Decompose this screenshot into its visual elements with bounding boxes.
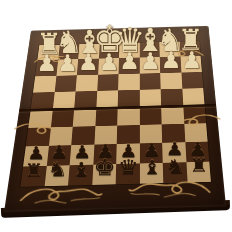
square-f2 bbox=[77, 59, 99, 75]
square-e8 bbox=[92, 164, 116, 185]
square-d2 bbox=[119, 58, 140, 74]
square-d1 bbox=[119, 43, 139, 59]
square-d4 bbox=[118, 90, 140, 108]
square-b2 bbox=[160, 57, 181, 73]
square-h3 bbox=[33, 76, 56, 93]
square-e6 bbox=[94, 125, 117, 144]
square-g7 bbox=[46, 145, 71, 165]
square-c5 bbox=[139, 106, 161, 124]
square-f6 bbox=[71, 126, 95, 145]
square-g3 bbox=[54, 75, 77, 92]
square-c4 bbox=[139, 89, 161, 107]
square-b6 bbox=[162, 124, 185, 143]
square-d5 bbox=[117, 107, 139, 125]
square-a3 bbox=[181, 72, 203, 89]
square-c7 bbox=[139, 143, 162, 163]
square-c3 bbox=[139, 73, 160, 90]
square-a7 bbox=[185, 142, 209, 162]
square-b3 bbox=[160, 72, 182, 89]
square-b5 bbox=[161, 106, 184, 124]
square-h4 bbox=[31, 92, 55, 110]
square-f8 bbox=[68, 164, 93, 185]
square-g1 bbox=[58, 44, 80, 60]
square-e3 bbox=[97, 74, 119, 91]
square-d3 bbox=[118, 73, 139, 90]
square-a2 bbox=[180, 56, 202, 72]
square-h6 bbox=[26, 127, 51, 146]
square-b1 bbox=[159, 42, 180, 58]
square-h7 bbox=[23, 146, 48, 166]
square-f7 bbox=[70, 145, 94, 165]
square-g4 bbox=[52, 92, 75, 110]
square-c8 bbox=[139, 163, 163, 184]
square-c1 bbox=[139, 42, 159, 58]
square-a5 bbox=[183, 105, 206, 123]
square-a4 bbox=[182, 88, 205, 106]
square-c2 bbox=[139, 57, 160, 73]
square-h8 bbox=[20, 166, 46, 187]
square-b8 bbox=[163, 162, 187, 183]
square-e7 bbox=[93, 144, 117, 164]
square-h1 bbox=[37, 45, 59, 61]
square-b7 bbox=[162, 142, 186, 162]
square-g2 bbox=[56, 59, 78, 75]
square-b4 bbox=[161, 89, 183, 107]
square-f3 bbox=[76, 75, 98, 92]
chess-board bbox=[20, 41, 211, 187]
chess-board-frame bbox=[4, 26, 226, 212]
square-d6 bbox=[117, 125, 140, 144]
product-photo: ♜♞♝♚♛♝♞♜♟♟♟♟♟♟♟♟♟♟♟♟♟♟♟♟♜♞♝♚♛♝♞♜ bbox=[0, 0, 232, 232]
square-f4 bbox=[74, 91, 97, 109]
square-e2 bbox=[98, 58, 119, 74]
square-g6 bbox=[48, 127, 72, 146]
square-a1 bbox=[179, 41, 200, 57]
square-f1 bbox=[78, 44, 99, 60]
square-a6 bbox=[184, 123, 208, 142]
square-a8 bbox=[186, 161, 211, 182]
square-d7 bbox=[116, 144, 139, 164]
square-e5 bbox=[95, 108, 118, 126]
square-e1 bbox=[99, 43, 120, 59]
square-g8 bbox=[44, 165, 69, 186]
carved-flourish-bottom-left-icon bbox=[11, 184, 111, 209]
square-c6 bbox=[139, 124, 162, 143]
square-g5 bbox=[51, 109, 75, 128]
square-h2 bbox=[35, 60, 58, 76]
square-e4 bbox=[96, 90, 118, 108]
square-d8 bbox=[116, 163, 140, 184]
square-h5 bbox=[28, 109, 52, 128]
square-f5 bbox=[73, 108, 96, 126]
